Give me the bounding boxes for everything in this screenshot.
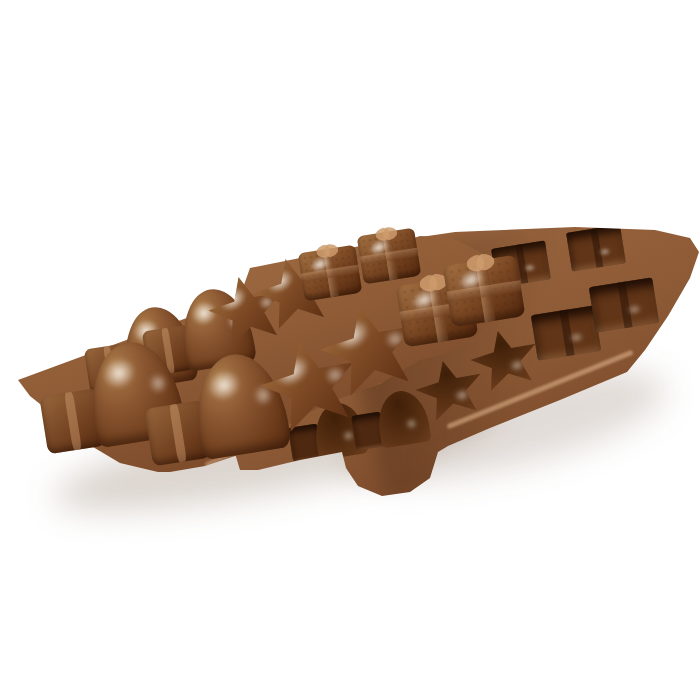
cavity-glint [448, 383, 475, 406]
cavity-glint [402, 414, 421, 433]
gift-bow [374, 226, 398, 242]
back-cavity-gift-r2c6 [589, 277, 659, 332]
gift-cavity-recess [589, 277, 659, 332]
product-photo-stage [0, 0, 700, 700]
back-cavity-gift-r1c6 [566, 224, 626, 271]
cavity-glint [503, 353, 530, 376]
gift-cavity-recess [566, 224, 626, 271]
